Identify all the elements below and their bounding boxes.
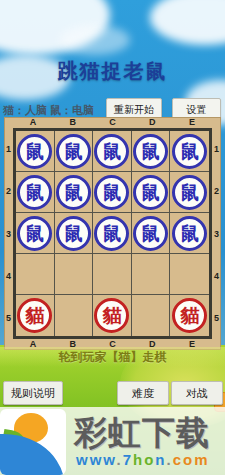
cloud bbox=[60, 25, 130, 55]
watermark-bar: 彩虹下载 www.7hon.com bbox=[0, 407, 225, 475]
board-cell-D2[interactable]: 鼠 bbox=[132, 172, 171, 213]
board-cell-E1[interactable]: 鼠 bbox=[170, 131, 209, 172]
cat-piece[interactable]: 貓 bbox=[94, 298, 129, 333]
turn-status-text: 轮到玩家【猫】走棋 bbox=[0, 349, 225, 366]
row-label-4: 4 bbox=[4, 255, 13, 297]
game-title: 跳猫捉老鼠 bbox=[0, 58, 225, 85]
board-cell-B1[interactable]: 鼠 bbox=[55, 131, 94, 172]
row-label-3: 3 bbox=[4, 212, 13, 254]
battle-button[interactable]: 对战 bbox=[171, 381, 223, 405]
mouse-piece[interactable]: 鼠 bbox=[172, 216, 207, 251]
board-cell-B5[interactable] bbox=[55, 295, 94, 336]
board-cell-D4[interactable] bbox=[132, 254, 171, 295]
url-letter: 7 bbox=[123, 451, 133, 468]
game-board: ABCDE 12345 鼠鼠鼠鼠鼠鼠鼠鼠鼠鼠鼠鼠鼠鼠鼠貓貓貓 12345 ABC… bbox=[4, 117, 221, 350]
board-cell-E2[interactable]: 鼠 bbox=[170, 172, 209, 213]
row-labels-right: 12345 bbox=[212, 128, 221, 339]
mouse-piece[interactable]: 鼠 bbox=[17, 216, 52, 251]
board-cell-D3[interactable]: 鼠 bbox=[132, 213, 171, 254]
url-letter: w bbox=[103, 451, 116, 468]
board-cell-C2[interactable]: 鼠 bbox=[93, 172, 132, 213]
site-logo-icon bbox=[0, 409, 66, 475]
board-cell-C5[interactable]: 貓 bbox=[93, 295, 132, 336]
cat-piece[interactable]: 貓 bbox=[17, 298, 52, 333]
url-letter: m bbox=[194, 451, 209, 468]
url-letter: h bbox=[133, 451, 144, 468]
board-cell-A1[interactable]: 鼠 bbox=[16, 131, 55, 172]
mouse-piece[interactable]: 鼠 bbox=[56, 134, 91, 169]
board-cell-D5[interactable] bbox=[132, 295, 171, 336]
board-cell-B3[interactable]: 鼠 bbox=[55, 213, 94, 254]
row-labels-left: 12345 bbox=[4, 128, 13, 339]
row-label-5: 5 bbox=[212, 297, 221, 339]
mouse-piece[interactable]: 鼠 bbox=[94, 216, 129, 251]
mouse-piece[interactable]: 鼠 bbox=[133, 134, 168, 169]
mouse-piece[interactable]: 鼠 bbox=[17, 175, 52, 210]
mouse-piece[interactable]: 鼠 bbox=[133, 175, 168, 210]
board-cell-B2[interactable]: 鼠 bbox=[55, 172, 94, 213]
board-grid[interactable]: 鼠鼠鼠鼠鼠鼠鼠鼠鼠鼠鼠鼠鼠鼠鼠貓貓貓 bbox=[13, 128, 212, 339]
url-letter: o bbox=[183, 451, 194, 468]
column-label-B: B bbox=[53, 117, 93, 128]
url-letter: w bbox=[90, 451, 104, 468]
rules-button[interactable]: 规则说明 bbox=[3, 381, 63, 405]
mouse-piece[interactable]: 鼠 bbox=[17, 134, 52, 169]
column-label-C: C bbox=[93, 117, 133, 128]
board-cell-E5[interactable]: 貓 bbox=[170, 295, 209, 336]
board-cell-C3[interactable]: 鼠 bbox=[93, 213, 132, 254]
mouse-piece[interactable]: 鼠 bbox=[94, 134, 129, 169]
board-cell-A4[interactable] bbox=[16, 254, 55, 295]
watermark-url: www.7hon.com bbox=[76, 451, 210, 468]
row-label-1: 1 bbox=[212, 128, 221, 170]
column-label-A: A bbox=[13, 117, 53, 128]
row-label-4: 4 bbox=[212, 255, 221, 297]
column-label-E: E bbox=[172, 117, 212, 128]
players-info-label: 猫：人脑 鼠：电脑 bbox=[3, 103, 94, 118]
column-label-D: D bbox=[132, 117, 172, 128]
watermark-site-name: 彩虹下载 bbox=[74, 411, 210, 456]
app-window: 跳猫捉老鼠 猫：人脑 鼠：电脑 重新开始 设置 ABCDE 12345 鼠鼠鼠鼠… bbox=[0, 0, 225, 475]
column-labels-top: ABCDE bbox=[13, 117, 212, 128]
board-cell-A2[interactable]: 鼠 bbox=[16, 172, 55, 213]
url-letter: o bbox=[144, 451, 155, 468]
row-label-1: 1 bbox=[4, 128, 13, 170]
board-cell-C1[interactable]: 鼠 bbox=[93, 131, 132, 172]
url-letter: n bbox=[155, 451, 166, 468]
mouse-piece[interactable]: 鼠 bbox=[56, 175, 91, 210]
url-letter: c bbox=[173, 451, 183, 468]
board-cell-D1[interactable]: 鼠 bbox=[132, 131, 171, 172]
mouse-piece[interactable]: 鼠 bbox=[56, 216, 91, 251]
row-label-5: 5 bbox=[4, 297, 13, 339]
cloud bbox=[150, 0, 225, 45]
board-cell-A3[interactable]: 鼠 bbox=[16, 213, 55, 254]
cat-piece[interactable]: 貓 bbox=[172, 298, 207, 333]
mouse-piece[interactable]: 鼠 bbox=[172, 175, 207, 210]
difficulty-button[interactable]: 难度 bbox=[117, 381, 169, 405]
board-cell-E4[interactable] bbox=[170, 254, 209, 295]
board-cell-A5[interactable]: 貓 bbox=[16, 295, 55, 336]
mouse-piece[interactable]: 鼠 bbox=[133, 216, 168, 251]
mouse-piece[interactable]: 鼠 bbox=[94, 175, 129, 210]
board-cell-C4[interactable] bbox=[93, 254, 132, 295]
board-cell-B4[interactable] bbox=[55, 254, 94, 295]
mouse-piece[interactable]: 鼠 bbox=[172, 134, 207, 169]
row-label-2: 2 bbox=[212, 170, 221, 212]
board-cell-E3[interactable]: 鼠 bbox=[170, 213, 209, 254]
url-letter: w bbox=[76, 451, 90, 468]
row-label-3: 3 bbox=[212, 212, 221, 254]
row-label-2: 2 bbox=[4, 170, 13, 212]
